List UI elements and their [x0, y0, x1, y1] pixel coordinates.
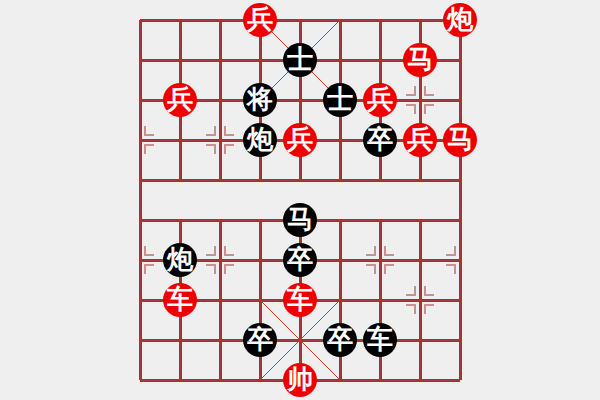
piece-black-cannon[interactable]: 炮 — [163, 243, 197, 277]
piece-black-soldier[interactable]: 卒 — [363, 123, 397, 157]
piece-glyph: 炮 — [247, 127, 273, 153]
piece-glyph: 炮 — [167, 247, 193, 273]
piece-black-soldier[interactable]: 卒 — [283, 243, 317, 277]
piece-red-cannon[interactable]: 炮 — [443, 3, 477, 37]
intersection-8-3: 马 — [440, 120, 480, 160]
intersection-5-8: 卒 — [320, 320, 360, 360]
piece-red-chariot[interactable]: 车 — [163, 283, 197, 317]
intersection-3-3: 炮 — [240, 120, 280, 160]
piece-glyph: 卒 — [327, 327, 353, 353]
piece-red-soldier[interactable]: 兵 — [403, 123, 437, 157]
intersection-6-3: 卒 — [360, 120, 400, 160]
piece-glyph: 兵 — [407, 127, 433, 153]
intersection-4-1: 士 — [280, 40, 320, 80]
piece-red-soldier[interactable]: 兵 — [283, 123, 317, 157]
xiangqi-board: 兵炮士马兵将士兵炮兵卒兵马马炮卒车车卒卒车帅 — [0, 0, 600, 400]
piece-glyph: 士 — [287, 47, 313, 73]
piece-black-advisor[interactable]: 士 — [323, 83, 357, 117]
piece-red-soldier[interactable]: 兵 — [243, 3, 277, 37]
piece-glyph: 将 — [247, 87, 273, 113]
intersection-6-8: 车 — [360, 320, 400, 360]
intersection-4-9: 帅 — [280, 360, 320, 400]
piece-glyph: 车 — [287, 287, 313, 313]
intersection-5-2: 士 — [320, 80, 360, 120]
intersection-3-8: 卒 — [240, 320, 280, 360]
piece-red-chariot[interactable]: 车 — [283, 283, 317, 317]
piece-glyph: 马 — [407, 47, 433, 73]
piece-glyph: 帅 — [287, 367, 313, 393]
piece-red-soldier[interactable]: 兵 — [363, 83, 397, 117]
piece-black-soldier[interactable]: 卒 — [323, 323, 357, 357]
intersection-8-0: 炮 — [440, 0, 480, 40]
piece-glyph: 士 — [327, 87, 353, 113]
piece-glyph: 卒 — [367, 127, 393, 153]
intersection-4-6: 卒 — [280, 240, 320, 280]
intersection-1-6: 炮 — [160, 240, 200, 280]
intersection-1-2: 兵 — [160, 80, 200, 120]
intersection-4-3: 兵 — [280, 120, 320, 160]
intersection-1-7: 车 — [160, 280, 200, 320]
piece-glyph: 炮 — [447, 7, 473, 33]
piece-black-horse[interactable]: 马 — [283, 203, 317, 237]
piece-glyph: 卒 — [287, 247, 313, 273]
piece-glyph: 兵 — [287, 127, 313, 153]
piece-black-chariot[interactable]: 车 — [363, 323, 397, 357]
intersection-3-2: 将 — [240, 80, 280, 120]
piece-glyph: 马 — [287, 207, 313, 233]
piece-glyph: 车 — [367, 327, 393, 353]
intersection-7-1: 马 — [400, 40, 440, 80]
piece-glyph: 马 — [447, 127, 473, 153]
piece-glyph: 车 — [167, 287, 193, 313]
piece-black-cannon[interactable]: 炮 — [243, 123, 277, 157]
piece-red-horse[interactable]: 马 — [403, 43, 437, 77]
piece-black-advisor[interactable]: 士 — [283, 43, 317, 77]
piece-black-general[interactable]: 将 — [243, 83, 277, 117]
piece-red-soldier[interactable]: 兵 — [163, 83, 197, 117]
piece-red-horse[interactable]: 马 — [443, 123, 477, 157]
piece-glyph: 兵 — [367, 87, 393, 113]
piece-black-soldier[interactable]: 卒 — [243, 323, 277, 357]
piece-red-king[interactable]: 帅 — [283, 363, 317, 397]
intersection-7-3: 兵 — [400, 120, 440, 160]
pieces-layer: 兵炮士马兵将士兵炮兵卒兵马马炮卒车车卒卒车帅 — [120, 0, 480, 400]
intersection-4-5: 马 — [280, 200, 320, 240]
piece-glyph: 卒 — [247, 327, 273, 353]
intersection-4-7: 车 — [280, 280, 320, 320]
piece-glyph: 兵 — [247, 7, 273, 33]
intersection-3-0: 兵 — [240, 0, 280, 40]
piece-glyph: 兵 — [167, 87, 193, 113]
intersection-6-2: 兵 — [360, 80, 400, 120]
